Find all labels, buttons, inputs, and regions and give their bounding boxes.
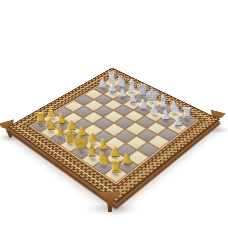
square-h1[interactable]: ♜	[104, 166, 128, 183]
piece-gold-rook[interactable]: ♜	[103, 159, 129, 175]
chess-set-photo-scene: ♜♞♝♛♚♝♞♜♟♟♟♟♟♟♟♟♟♟♟♟♟♟♟♟♜♞♝♛♚♝♞♜	[0, 0, 228, 228]
board-frame-meander-border: ♜♞♝♛♚♝♞♜♟♟♟♟♟♟♟♟♟♟♟♟♟♟♟♟♜♞♝♛♚♝♞♜	[8, 68, 220, 203]
piece-silver-pawn[interactable]: ♟	[166, 115, 189, 128]
chess-board: ♜♞♝♛♚♝♞♜♟♟♟♟♟♟♟♟♟♟♟♟♟♟♟♟♜♞♝♛♚♝♞♜	[8, 68, 220, 203]
board-grid: ♜♞♝♛♚♝♞♜♟♟♟♟♟♟♟♟♟♟♟♟♟♟♟♟♜♞♝♛♚♝♞♜	[31, 78, 198, 183]
